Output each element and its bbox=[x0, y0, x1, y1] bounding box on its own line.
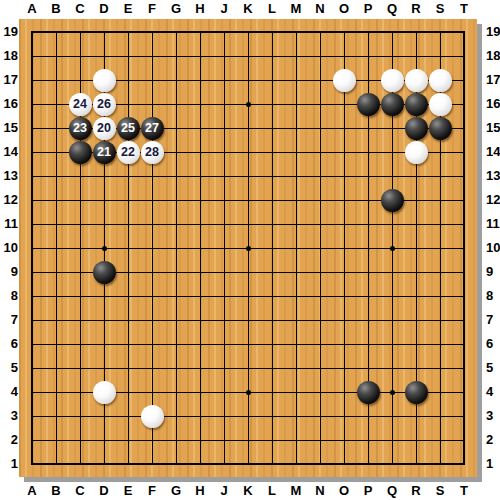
coordinate-label-left-3: 3 bbox=[1, 409, 18, 423]
stone-white-F3[interactable] bbox=[141, 405, 164, 428]
grid-line-vertical bbox=[272, 32, 273, 464]
coordinate-label-top-T: T bbox=[460, 2, 468, 16]
coordinate-label-bottom-H: H bbox=[195, 484, 204, 498]
stone-white-D17[interactable] bbox=[93, 69, 116, 92]
coordinate-label-left-2: 2 bbox=[1, 433, 18, 447]
coordinate-label-bottom-E: E bbox=[124, 484, 133, 498]
coordinate-label-top-R: R bbox=[411, 2, 420, 16]
go-diagram-page: 242623202527212228 AABBCCDDEEFFGGHHJJKKL… bbox=[0, 0, 500, 500]
star-point bbox=[102, 246, 107, 251]
grid-line-horizontal bbox=[32, 320, 464, 321]
coordinate-label-right-16: 16 bbox=[486, 97, 500, 111]
stone-black-Q12[interactable] bbox=[381, 189, 404, 212]
coordinate-label-bottom-S: S bbox=[436, 484, 445, 498]
stone-black-P16[interactable] bbox=[357, 93, 380, 116]
coordinate-label-top-J: J bbox=[220, 2, 227, 16]
coordinate-label-left-17: 17 bbox=[1, 73, 18, 87]
star-point bbox=[246, 102, 251, 107]
move-number-label: 21 bbox=[97, 141, 111, 164]
coordinate-label-right-15: 15 bbox=[486, 121, 500, 135]
stone-black-S15[interactable] bbox=[429, 117, 452, 140]
grid-line-horizontal bbox=[32, 440, 464, 441]
stone-black-D14-move-21[interactable]: 21 bbox=[93, 141, 116, 164]
coordinate-label-top-Q: Q bbox=[387, 2, 397, 16]
coordinate-label-right-14: 14 bbox=[486, 145, 500, 159]
stone-black-R16[interactable] bbox=[405, 93, 428, 116]
coordinate-label-bottom-R: R bbox=[411, 484, 420, 498]
grid-line-vertical bbox=[320, 32, 321, 464]
coordinate-label-left-10: 10 bbox=[1, 241, 18, 255]
move-number-label: 23 bbox=[73, 117, 87, 140]
coordinate-label-left-14: 14 bbox=[1, 145, 18, 159]
grid-line-horizontal bbox=[32, 296, 464, 297]
coordinate-label-top-M: M bbox=[291, 2, 302, 16]
coordinate-label-right-5: 5 bbox=[486, 361, 493, 375]
coordinate-label-left-18: 18 bbox=[1, 49, 18, 63]
coordinate-label-top-S: S bbox=[436, 2, 445, 16]
coordinate-label-bottom-L: L bbox=[268, 484, 276, 498]
coordinate-label-bottom-M: M bbox=[291, 484, 302, 498]
coordinate-label-right-1: 1 bbox=[486, 457, 493, 471]
coordinate-label-top-K: K bbox=[243, 2, 252, 16]
stone-white-D4[interactable] bbox=[93, 381, 116, 404]
star-point bbox=[246, 390, 251, 395]
stone-black-C15-move-23[interactable]: 23 bbox=[69, 117, 92, 140]
coordinate-label-right-2: 2 bbox=[486, 433, 493, 447]
coordinate-label-left-16: 16 bbox=[1, 97, 18, 111]
coordinate-label-right-4: 4 bbox=[486, 385, 493, 399]
stone-white-S17[interactable] bbox=[429, 69, 452, 92]
stone-black-R4[interactable] bbox=[405, 381, 428, 404]
grid-line-horizontal bbox=[32, 416, 464, 417]
move-number-label: 20 bbox=[97, 117, 111, 140]
stone-white-Q17[interactable] bbox=[381, 69, 404, 92]
coordinate-label-bottom-O: O bbox=[339, 484, 349, 498]
coordinate-label-top-B: B bbox=[51, 2, 60, 16]
coordinate-label-bottom-B: B bbox=[51, 484, 60, 498]
coordinate-label-right-8: 8 bbox=[486, 289, 493, 303]
stone-white-D16-move-26[interactable]: 26 bbox=[93, 93, 116, 116]
move-number-label: 27 bbox=[145, 117, 159, 140]
stone-black-P4[interactable] bbox=[357, 381, 380, 404]
coordinate-label-left-6: 6 bbox=[1, 337, 18, 351]
coordinate-label-bottom-P: P bbox=[364, 484, 373, 498]
coordinate-label-left-12: 12 bbox=[1, 193, 18, 207]
stone-black-E15-move-25[interactable]: 25 bbox=[117, 117, 140, 140]
move-number-label: 24 bbox=[73, 93, 87, 116]
move-number-label: 25 bbox=[121, 117, 135, 140]
coordinate-label-top-C: C bbox=[75, 2, 84, 16]
coordinate-label-right-13: 13 bbox=[486, 169, 500, 183]
stone-white-R14[interactable] bbox=[405, 141, 428, 164]
coordinate-label-bottom-C: C bbox=[75, 484, 84, 498]
coordinate-label-bottom-F: F bbox=[148, 484, 156, 498]
coordinate-label-right-9: 9 bbox=[486, 265, 493, 279]
coordinate-label-left-9: 9 bbox=[1, 265, 18, 279]
coordinate-label-left-19: 19 bbox=[1, 25, 18, 39]
stone-white-C16-move-24[interactable]: 24 bbox=[69, 93, 92, 116]
coordinate-label-bottom-K: K bbox=[243, 484, 252, 498]
coordinate-label-top-D: D bbox=[99, 2, 108, 16]
coordinate-label-right-18: 18 bbox=[486, 49, 500, 63]
coordinate-label-left-15: 15 bbox=[1, 121, 18, 135]
coordinate-label-top-N: N bbox=[315, 2, 324, 16]
coordinate-label-right-12: 12 bbox=[486, 193, 500, 207]
stone-black-D9[interactable] bbox=[93, 261, 116, 284]
coordinate-label-top-L: L bbox=[268, 2, 276, 16]
coordinate-label-bottom-G: G bbox=[171, 484, 181, 498]
coordinate-label-top-H: H bbox=[195, 2, 204, 16]
grid-line-vertical bbox=[296, 32, 297, 464]
star-point bbox=[390, 246, 395, 251]
grid-line-horizontal bbox=[32, 344, 464, 345]
coordinate-label-left-1: 1 bbox=[1, 457, 18, 471]
coordinate-label-top-P: P bbox=[364, 2, 373, 16]
coordinate-label-bottom-Q: Q bbox=[387, 484, 397, 498]
coordinate-label-left-7: 7 bbox=[1, 313, 18, 327]
coordinate-label-left-5: 5 bbox=[1, 361, 18, 375]
coordinate-label-right-17: 17 bbox=[486, 73, 500, 87]
coordinate-label-top-G: G bbox=[171, 2, 181, 16]
stone-black-R15[interactable] bbox=[405, 117, 428, 140]
grid-line-vertical bbox=[344, 32, 345, 464]
coordinate-label-left-8: 8 bbox=[1, 289, 18, 303]
go-board[interactable]: 242623202527212228 bbox=[19, 19, 477, 477]
stone-black-F15-move-27[interactable]: 27 bbox=[141, 117, 164, 140]
coordinate-label-top-A: A bbox=[27, 2, 36, 16]
move-number-label: 28 bbox=[145, 141, 159, 164]
stone-white-O17[interactable] bbox=[333, 69, 356, 92]
coordinate-label-left-13: 13 bbox=[1, 169, 18, 183]
coordinate-label-right-11: 11 bbox=[486, 217, 500, 231]
coordinate-label-top-F: F bbox=[148, 2, 156, 16]
stone-white-F14-move-28[interactable]: 28 bbox=[141, 141, 164, 164]
star-point bbox=[246, 246, 251, 251]
coordinate-label-right-10: 10 bbox=[486, 241, 500, 255]
coordinate-label-right-3: 3 bbox=[486, 409, 493, 423]
stone-white-D15-move-20[interactable]: 20 bbox=[93, 117, 116, 140]
coordinate-label-bottom-A: A bbox=[27, 484, 36, 498]
coordinate-label-top-O: O bbox=[339, 2, 349, 16]
stone-black-Q16[interactable] bbox=[381, 93, 404, 116]
coordinate-label-bottom-D: D bbox=[99, 484, 108, 498]
coordinate-label-left-11: 11 bbox=[1, 217, 18, 231]
coordinate-label-right-7: 7 bbox=[486, 313, 493, 327]
star-point bbox=[390, 390, 395, 395]
move-number-label: 26 bbox=[97, 93, 111, 116]
coordinate-label-bottom-J: J bbox=[220, 484, 227, 498]
move-number-label: 22 bbox=[121, 141, 135, 164]
coordinate-label-bottom-N: N bbox=[315, 484, 324, 498]
stone-black-C14[interactable] bbox=[69, 141, 92, 164]
stone-white-S16[interactable] bbox=[429, 93, 452, 116]
stone-white-E14-move-22[interactable]: 22 bbox=[117, 141, 140, 164]
coordinate-label-bottom-T: T bbox=[460, 484, 468, 498]
stone-white-R17[interactable] bbox=[405, 69, 428, 92]
coordinate-label-top-E: E bbox=[124, 2, 133, 16]
coordinate-label-right-19: 19 bbox=[486, 25, 500, 39]
coordinate-label-right-6: 6 bbox=[486, 337, 493, 351]
coordinate-label-left-4: 4 bbox=[1, 385, 18, 399]
grid-line-horizontal bbox=[32, 368, 464, 369]
